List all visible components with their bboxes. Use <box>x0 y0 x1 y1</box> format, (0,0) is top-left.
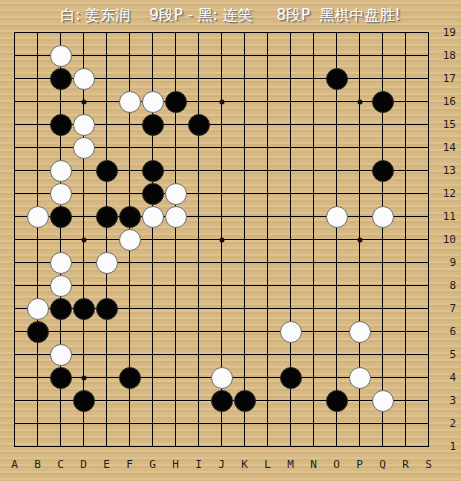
column-label: H <box>165 458 187 471</box>
white-stone <box>50 275 72 297</box>
star-point <box>219 237 224 242</box>
column-label: G <box>142 458 164 471</box>
column-label: D <box>73 458 95 471</box>
white-stone <box>142 206 164 228</box>
white-stone <box>372 390 394 412</box>
white-stone <box>165 206 187 228</box>
white-stone <box>119 229 141 251</box>
black-stone <box>142 114 164 136</box>
black-stone <box>119 206 141 228</box>
white-stone <box>349 367 371 389</box>
white-stone <box>50 344 72 366</box>
white-stone <box>326 206 348 228</box>
black-stone <box>188 114 210 136</box>
black-stone <box>142 183 164 205</box>
row-label: 3 <box>430 394 456 408</box>
row-label: 5 <box>430 348 456 362</box>
black-stone <box>372 91 394 113</box>
column-label: P <box>349 458 371 471</box>
white-stone <box>50 252 72 274</box>
go-game-viewer: 白: 姜东润 9段P - 黑: 连笑 8段P 黑棋中盘胜! ABCDEFGHIJ… <box>0 0 461 481</box>
column-label: L <box>257 458 279 471</box>
star-point <box>81 375 86 380</box>
row-label: 2 <box>430 417 456 431</box>
row-label: 17 <box>430 72 456 86</box>
star-point <box>81 99 86 104</box>
row-label: 8 <box>430 279 456 293</box>
black-stone <box>50 114 72 136</box>
black-stone <box>119 367 141 389</box>
white-stone <box>372 206 394 228</box>
column-label: M <box>280 458 302 471</box>
white-stone <box>119 91 141 113</box>
black-stone <box>234 390 256 412</box>
row-label: 14 <box>430 141 456 155</box>
column-label: E <box>96 458 118 471</box>
white-stone <box>27 206 49 228</box>
row-label: 1 <box>430 440 456 454</box>
black-stone <box>96 160 118 182</box>
white-stone <box>211 367 233 389</box>
column-label: J <box>211 458 233 471</box>
black-stone <box>280 367 302 389</box>
row-label: 15 <box>430 118 456 132</box>
column-label: C <box>50 458 72 471</box>
column-label: N <box>303 458 325 471</box>
game-info-header: 白: 姜东润 9段P - 黑: 连笑 8段P 黑棋中盘胜! <box>0 6 461 24</box>
white-stone <box>50 160 72 182</box>
column-label: S <box>418 458 440 471</box>
row-label: 19 <box>430 26 456 40</box>
star-point <box>357 237 362 242</box>
white-stone <box>73 68 95 90</box>
row-label: 7 <box>430 302 456 316</box>
black-stone <box>50 206 72 228</box>
white-stone <box>142 91 164 113</box>
black-stone <box>50 298 72 320</box>
black-stone <box>326 68 348 90</box>
white-stone <box>27 298 49 320</box>
star-point <box>357 99 362 104</box>
row-label: 10 <box>430 233 456 247</box>
black-stone <box>96 206 118 228</box>
black-stone <box>27 321 49 343</box>
column-label: I <box>188 458 210 471</box>
go-board[interactable] <box>14 32 429 447</box>
column-label: K <box>234 458 256 471</box>
black-stone <box>165 91 187 113</box>
black-stone <box>50 367 72 389</box>
column-label: O <box>326 458 348 471</box>
black-stone <box>73 298 95 320</box>
row-label: 6 <box>430 325 456 339</box>
column-label: A <box>4 458 26 471</box>
row-label: 13 <box>430 164 456 178</box>
row-label: 12 <box>430 187 456 201</box>
column-label: B <box>27 458 49 471</box>
star-point <box>81 237 86 242</box>
column-label: Q <box>372 458 394 471</box>
white-stone <box>50 45 72 67</box>
black-stone <box>211 390 233 412</box>
black-stone <box>96 298 118 320</box>
white-stone <box>96 252 118 274</box>
white-stone <box>73 114 95 136</box>
black-stone <box>73 390 95 412</box>
black-stone <box>50 68 72 90</box>
white-stone <box>280 321 302 343</box>
black-stone <box>372 160 394 182</box>
column-label: F <box>119 458 141 471</box>
white-stone <box>349 321 371 343</box>
row-label: 16 <box>430 95 456 109</box>
white-stone <box>73 137 95 159</box>
black-stone <box>326 390 348 412</box>
row-label: 11 <box>430 210 456 224</box>
star-point <box>219 99 224 104</box>
row-label: 18 <box>430 49 456 63</box>
row-label: 4 <box>430 371 456 385</box>
white-stone <box>50 183 72 205</box>
row-label: 9 <box>430 256 456 270</box>
column-label: R <box>395 458 417 471</box>
white-stone <box>165 183 187 205</box>
black-stone <box>142 160 164 182</box>
